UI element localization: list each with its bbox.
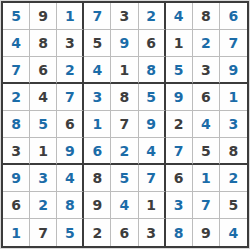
cell-r7c3[interactable]: 4	[57, 165, 84, 192]
cell-r5c9[interactable]: 3	[220, 111, 247, 138]
cell-r1c7[interactable]: 4	[166, 3, 193, 30]
cell-r5c7[interactable]: 2	[166, 111, 193, 138]
cell-r3c3[interactable]: 2	[57, 57, 84, 84]
cell-r9c4[interactable]: 2	[84, 219, 111, 246]
cell-r5c8[interactable]: 4	[193, 111, 220, 138]
cell-r4c2[interactable]: 4	[30, 84, 57, 111]
cell-r2c1[interactable]: 4	[3, 30, 30, 57]
cell-r3c5[interactable]: 1	[111, 57, 138, 84]
cell-r2c2[interactable]: 8	[30, 30, 57, 57]
cell-r3c9[interactable]: 9	[220, 57, 247, 84]
cell-r7c2[interactable]: 3	[30, 165, 57, 192]
cell-r1c8[interactable]: 8	[193, 3, 220, 30]
cell-r3c1[interactable]: 7	[3, 57, 30, 84]
cell-r8c5[interactable]: 4	[111, 192, 138, 219]
cell-r8c7[interactable]: 3	[166, 192, 193, 219]
cell-r8c3[interactable]: 8	[57, 192, 84, 219]
cell-r5c1[interactable]: 8	[3, 111, 30, 138]
cell-r6c7[interactable]: 7	[166, 138, 193, 165]
cell-r6c1[interactable]: 3	[3, 138, 30, 165]
cell-r5c4[interactable]: 1	[84, 111, 111, 138]
cell-r5c6[interactable]: 9	[139, 111, 166, 138]
cell-r6c9[interactable]: 8	[220, 138, 247, 165]
cell-r1c9[interactable]: 6	[220, 3, 247, 30]
cell-r8c9[interactable]: 5	[220, 192, 247, 219]
cell-r1c6[interactable]: 2	[139, 3, 166, 30]
cell-r4c8[interactable]: 6	[193, 84, 220, 111]
cell-r8c4[interactable]: 9	[84, 192, 111, 219]
cell-r6c3[interactable]: 9	[57, 138, 84, 165]
cell-r4c1[interactable]: 2	[3, 84, 30, 111]
cell-r8c2[interactable]: 2	[30, 192, 57, 219]
cell-r1c3[interactable]: 1	[57, 3, 84, 30]
cell-r7c1[interactable]: 9	[3, 165, 30, 192]
cell-r2c6[interactable]: 6	[139, 30, 166, 57]
cell-r2c4[interactable]: 5	[84, 30, 111, 57]
cell-r4c9[interactable]: 1	[220, 84, 247, 111]
cell-r7c7[interactable]: 6	[166, 165, 193, 192]
cell-r3c8[interactable]: 3	[193, 57, 220, 84]
cell-r4c4[interactable]: 3	[84, 84, 111, 111]
cell-r9c2[interactable]: 7	[30, 219, 57, 246]
cell-r9c7[interactable]: 8	[166, 219, 193, 246]
cell-r1c2[interactable]: 9	[30, 3, 57, 30]
cell-r3c6[interactable]: 8	[139, 57, 166, 84]
cell-r6c2[interactable]: 1	[30, 138, 57, 165]
cell-r2c7[interactable]: 1	[166, 30, 193, 57]
cell-r7c4[interactable]: 8	[84, 165, 111, 192]
cell-r9c1[interactable]: 1	[3, 219, 30, 246]
cell-r9c5[interactable]: 6	[111, 219, 138, 246]
cell-r9c8[interactable]: 9	[193, 219, 220, 246]
cell-r6c8[interactable]: 5	[193, 138, 220, 165]
cell-r1c5[interactable]: 3	[111, 3, 138, 30]
cell-r9c6[interactable]: 3	[139, 219, 166, 246]
cell-r2c9[interactable]: 7	[220, 30, 247, 57]
sudoku-board-frame: 5917324864835961277624185392473859618561…	[0, 0, 250, 249]
cell-r7c9[interactable]: 2	[220, 165, 247, 192]
cell-r7c5[interactable]: 5	[111, 165, 138, 192]
cell-r6c5[interactable]: 2	[111, 138, 138, 165]
cell-r1c4[interactable]: 7	[84, 3, 111, 30]
cell-r4c5[interactable]: 8	[111, 84, 138, 111]
cell-r2c5[interactable]: 9	[111, 30, 138, 57]
cell-r5c5[interactable]: 7	[111, 111, 138, 138]
cell-r4c3[interactable]: 7	[57, 84, 84, 111]
cell-r8c8[interactable]: 7	[193, 192, 220, 219]
cell-r3c7[interactable]: 5	[166, 57, 193, 84]
cell-r3c4[interactable]: 4	[84, 57, 111, 84]
cell-r4c6[interactable]: 5	[139, 84, 166, 111]
cell-r6c6[interactable]: 4	[139, 138, 166, 165]
cell-r4c7[interactable]: 9	[166, 84, 193, 111]
cell-r7c6[interactable]: 7	[139, 165, 166, 192]
cell-r7c8[interactable]: 1	[193, 165, 220, 192]
cell-r6c4[interactable]: 6	[84, 138, 111, 165]
cell-r8c1[interactable]: 6	[3, 192, 30, 219]
cell-r8c6[interactable]: 1	[139, 192, 166, 219]
cell-r5c2[interactable]: 5	[30, 111, 57, 138]
cell-r2c8[interactable]: 2	[193, 30, 220, 57]
cell-r2c3[interactable]: 3	[57, 30, 84, 57]
cell-r1c1[interactable]: 5	[3, 3, 30, 30]
cell-r3c2[interactable]: 6	[30, 57, 57, 84]
cell-r9c3[interactable]: 5	[57, 219, 84, 246]
cell-r9c9[interactable]: 4	[220, 219, 247, 246]
cell-r5c3[interactable]: 6	[57, 111, 84, 138]
sudoku-board: 5917324864835961277624185392473859618561…	[1, 1, 249, 248]
